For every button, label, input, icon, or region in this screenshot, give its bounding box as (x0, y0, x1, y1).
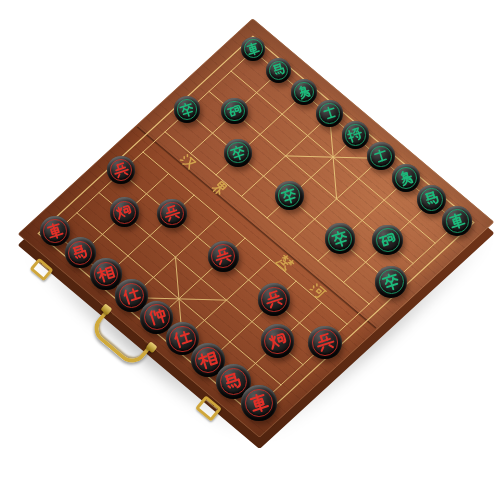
piece-character-glyph (265, 328, 290, 353)
piece-red-soldier[interactable] (157, 199, 187, 229)
piece-character-glyph (119, 283, 143, 307)
piece-character-glyph (312, 330, 337, 355)
piece-red-soldier[interactable] (208, 241, 239, 272)
product-photo-scene (0, 0, 500, 500)
piece-character-glyph (144, 305, 169, 330)
piece-character-glyph (43, 220, 66, 243)
piece-character-glyph (345, 125, 366, 146)
piece-character-glyph (113, 201, 135, 223)
piece-character-glyph (170, 326, 195, 351)
piece-character-glyph (262, 287, 286, 311)
piece-red-soldier[interactable] (107, 156, 135, 184)
piece-character-glyph (110, 160, 131, 181)
piece-character-glyph (244, 40, 263, 59)
piece-green-horse[interactable] (266, 58, 291, 83)
piece-green-advisor[interactable] (316, 100, 343, 127)
piece-green-elephant[interactable] (291, 79, 317, 105)
piece-green-cannon[interactable] (372, 225, 402, 255)
piece-character-glyph (228, 142, 249, 163)
piece-character-glyph (278, 185, 300, 207)
piece-character-glyph (320, 103, 340, 123)
piece-green-soldier[interactable] (174, 96, 200, 122)
piece-green-soldier[interactable] (325, 223, 355, 253)
piece-character-glyph (379, 270, 403, 294)
pieces-layer (0, 0, 500, 500)
piece-green-elephant[interactable] (392, 164, 421, 193)
piece-character-glyph (220, 368, 246, 394)
piece-character-glyph (294, 82, 314, 102)
piece-character-glyph (370, 146, 391, 167)
piece-character-glyph (69, 241, 92, 264)
piece-character-glyph (246, 390, 273, 417)
piece-green-general[interactable] (342, 121, 369, 148)
piece-character-glyph (195, 347, 221, 373)
piece-green-advisor[interactable] (367, 142, 395, 170)
piece-green-soldier[interactable] (224, 139, 252, 167)
piece-green-chariot[interactable] (241, 37, 266, 62)
piece-red-cannon[interactable] (261, 324, 295, 358)
piece-red-chariot[interactable] (241, 385, 277, 421)
piece-red-soldier[interactable] (308, 326, 342, 360)
piece-green-chariot[interactable] (442, 206, 472, 236)
piece-character-glyph (376, 228, 399, 251)
piece-character-glyph (421, 188, 443, 210)
piece-character-glyph (225, 101, 245, 121)
piece-character-glyph (161, 202, 183, 224)
piece-red-horse[interactable] (65, 237, 96, 268)
piece-green-soldier[interactable] (375, 266, 407, 298)
piece-green-cannon[interactable] (221, 98, 247, 124)
piece-green-horse[interactable] (417, 185, 446, 214)
piece-red-chariot[interactable] (40, 216, 70, 246)
piece-character-glyph (211, 245, 234, 268)
piece-character-glyph (395, 167, 417, 189)
piece-character-glyph (446, 210, 469, 233)
piece-green-soldier[interactable] (275, 181, 304, 210)
piece-character-glyph (177, 100, 197, 120)
piece-character-glyph (329, 227, 352, 250)
piece-character-glyph (269, 61, 288, 80)
piece-character-glyph (94, 262, 118, 286)
piece-red-cannon[interactable] (110, 197, 140, 227)
piece-red-soldier[interactable] (258, 283, 290, 315)
